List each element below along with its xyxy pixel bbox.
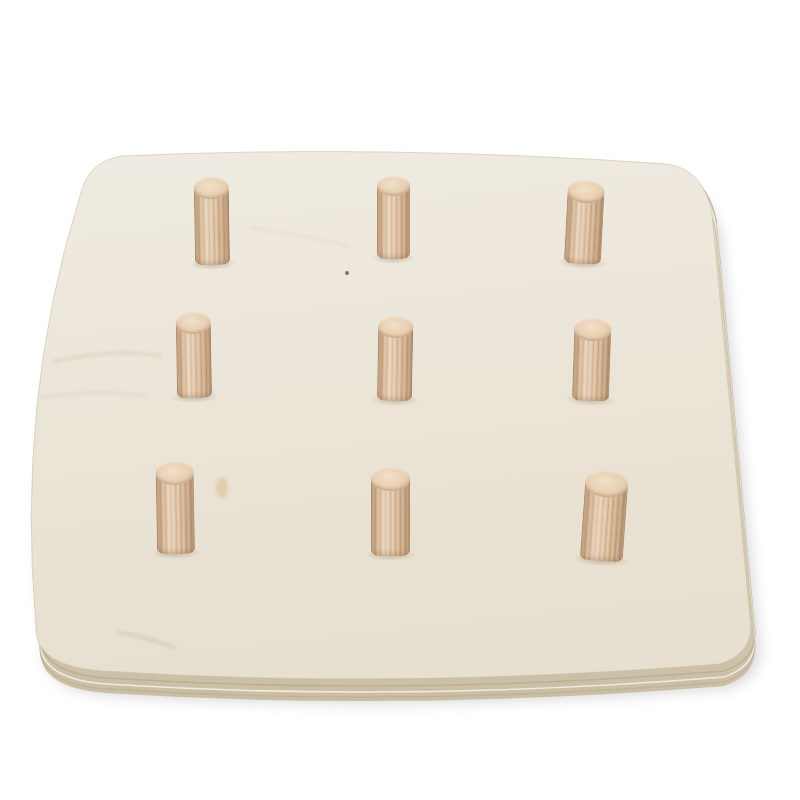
peg-fluted-body — [176, 323, 212, 399]
peg-top-face — [371, 467, 410, 491]
peg-r2c2[interactable] — [377, 316, 413, 402]
peg-fluted-body — [194, 188, 230, 266]
peg-r3c2[interactable] — [371, 467, 410, 556]
peg-fluted-body — [377, 186, 410, 259]
peg-grid-3x3 — [0, 0, 800, 800]
peg-top-face — [377, 176, 410, 196]
peg-r3c1[interactable] — [155, 461, 195, 555]
peg-r2c1[interactable] — [176, 312, 212, 399]
peg-top-face — [378, 316, 413, 339]
peg-r2c3[interactable] — [572, 317, 612, 401]
peg-r1c2[interactable] — [377, 176, 410, 259]
product-photo-scene — [0, 0, 800, 800]
peg-r1c1[interactable] — [194, 177, 231, 266]
peg-r1c3[interactable] — [564, 179, 605, 265]
peg-r3c3[interactable] — [580, 469, 629, 563]
